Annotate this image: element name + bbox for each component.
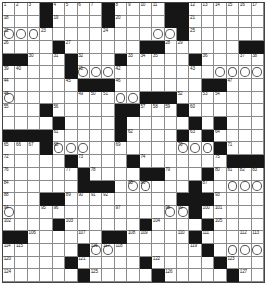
cell-r18c13[interactable]: 104: [152, 219, 164, 232]
cell-r18c1[interactable]: 102: [3, 219, 15, 232]
cell-r17c3[interactable]: [28, 206, 40, 219]
cell-r8c5[interactable]: [53, 92, 65, 105]
cell-r2c6[interactable]: [65, 16, 77, 29]
cell-r19c18[interactable]: [214, 231, 226, 244]
cell-r1c13[interactable]: 11: [152, 3, 164, 16]
cell-r9c16[interactable]: 60: [189, 104, 201, 117]
cell-r15c15[interactable]: [177, 181, 189, 194]
cell-r21c9[interactable]: [102, 257, 114, 270]
cell-r10c6[interactable]: [65, 117, 77, 130]
cell-r20c20[interactable]: [239, 244, 251, 257]
cell-r9c1[interactable]: 55: [3, 104, 15, 117]
cell-r22c17[interactable]: [202, 269, 214, 282]
cell-r1c5[interactable]: 4: [53, 3, 65, 16]
cell-r11c16[interactable]: 63: [189, 130, 201, 143]
cell-r6c5[interactable]: [53, 66, 65, 79]
cell-r1c21[interactable]: 17: [252, 3, 264, 16]
cell-r1c18[interactable]: 14: [214, 3, 226, 16]
cell-r20c18[interactable]: [214, 244, 226, 257]
cell-r22c8[interactable]: 125: [90, 269, 102, 282]
cell-r22c5[interactable]: [53, 269, 65, 282]
cell-r17c15[interactable]: 99: [177, 206, 189, 219]
cell-r8c2[interactable]: [15, 92, 27, 105]
cell-r20c21[interactable]: [252, 244, 264, 257]
cell-r1c6[interactable]: 5: [65, 3, 77, 16]
cell-r22c16[interactable]: [189, 269, 201, 282]
cell-r17c2[interactable]: [15, 206, 27, 219]
cell-r18c14[interactable]: [165, 219, 177, 232]
cell-r22c15[interactable]: [177, 269, 189, 282]
cell-r17c9[interactable]: [102, 206, 114, 219]
cell-r7c14[interactable]: [165, 79, 177, 92]
cell-r3c8[interactable]: [90, 28, 102, 41]
cell-r21c21[interactable]: [252, 257, 264, 270]
cell-r22c4[interactable]: [40, 269, 52, 282]
cell-r9c7[interactable]: [78, 104, 90, 117]
cell-r7c2[interactable]: [15, 79, 27, 92]
cell-r19c17[interactable]: 111: [202, 231, 214, 244]
cell-r16c18[interactable]: 93: [214, 193, 226, 206]
cell-r7c20[interactable]: [239, 79, 251, 92]
cell-r9c18[interactable]: [214, 104, 226, 117]
cell-r5c3[interactable]: 30: [28, 54, 40, 67]
cell-r8c18[interactable]: 54: [214, 92, 226, 105]
cell-r21c10[interactable]: [115, 257, 127, 270]
cell-r16c10[interactable]: [115, 193, 127, 206]
cell-r21c2[interactable]: [15, 257, 27, 270]
cell-r17c6[interactable]: [65, 206, 77, 219]
cell-r16c21[interactable]: [252, 193, 264, 206]
cell-r6c19[interactable]: [227, 66, 239, 79]
cell-r6c1[interactable]: 39: [3, 66, 15, 79]
cell-r18c4[interactable]: [40, 219, 52, 232]
cell-r13c10[interactable]: [115, 155, 127, 168]
cell-r10c4[interactable]: [40, 117, 52, 130]
cell-r20c16[interactable]: 119: [189, 244, 201, 257]
cell-r15c1[interactable]: 84: [3, 181, 15, 194]
cell-r9c21[interactable]: [252, 104, 264, 117]
cell-r14c21[interactable]: 83: [252, 168, 264, 181]
cell-r10c8[interactable]: [90, 117, 102, 130]
cell-r8c17[interactable]: 53: [202, 92, 214, 105]
cell-r4c1[interactable]: 26: [3, 41, 15, 54]
cell-r10c3[interactable]: [28, 117, 40, 130]
cell-r6c14[interactable]: [165, 66, 177, 79]
cell-r9c3[interactable]: [28, 104, 40, 117]
cell-r6c4[interactable]: [40, 66, 52, 79]
cell-r10c7[interactable]: [78, 117, 90, 130]
cell-r21c3[interactable]: [28, 257, 40, 270]
cell-r18c10[interactable]: [115, 219, 127, 232]
cell-r17c11[interactable]: [127, 206, 139, 219]
cell-r7c5[interactable]: [53, 79, 65, 92]
cell-r17c18[interactable]: 101: [214, 206, 226, 219]
cell-r13c16[interactable]: [189, 155, 201, 168]
cell-r11c18[interactable]: 64: [214, 130, 226, 143]
cell-r1c20[interactable]: 16: [239, 3, 251, 16]
cell-r2c13[interactable]: [152, 16, 164, 29]
cell-r8c6[interactable]: [65, 92, 77, 105]
cell-r16c14[interactable]: [165, 193, 177, 206]
cell-r4c9[interactable]: [102, 41, 114, 54]
cell-r1c11[interactable]: 9: [127, 3, 139, 16]
cell-r9c8[interactable]: [90, 104, 102, 117]
cell-r3c3[interactable]: [28, 28, 40, 41]
cell-r3c14[interactable]: [165, 28, 177, 41]
cell-r3c12[interactable]: [140, 28, 152, 41]
cell-r12c8[interactable]: [90, 142, 102, 155]
cell-r20c2[interactable]: 115: [15, 244, 27, 257]
cell-r19c20[interactable]: 112: [239, 231, 251, 244]
cell-r22c10[interactable]: [115, 269, 127, 282]
cell-r2c18[interactable]: [214, 16, 226, 29]
cell-r22c6[interactable]: [65, 269, 77, 282]
cell-r17c13[interactable]: [152, 206, 164, 219]
cell-r6c18[interactable]: [214, 66, 226, 79]
cell-r12c20[interactable]: [239, 142, 251, 155]
cell-r13c15[interactable]: [177, 155, 189, 168]
cell-r18c6[interactable]: 103: [65, 219, 77, 232]
cell-r4c6[interactable]: 27: [65, 41, 77, 54]
cell-r17c10[interactable]: 97: [115, 206, 127, 219]
cell-r22c1[interactable]: 124: [3, 269, 15, 282]
cell-r20c12[interactable]: [140, 244, 152, 257]
cell-r10c1[interactable]: [3, 117, 15, 130]
cell-r7c10[interactable]: 46: [115, 79, 127, 92]
cell-r4c11[interactable]: [127, 41, 139, 54]
cell-r10c17[interactable]: [202, 117, 214, 130]
cell-r14c1[interactable]: 76: [3, 168, 15, 181]
cell-r19c15[interactable]: 110: [177, 231, 189, 244]
cell-r7c4[interactable]: [40, 79, 52, 92]
cell-r6c3[interactable]: [28, 66, 40, 79]
cell-r9c5[interactable]: 56: [53, 104, 65, 117]
cell-r13c5[interactable]: [53, 155, 65, 168]
cell-r9c14[interactable]: 59: [165, 104, 177, 117]
cell-r13c13[interactable]: [152, 155, 164, 168]
cell-r4c4[interactable]: [40, 41, 52, 54]
cell-r13c8[interactable]: [90, 155, 102, 168]
cell-r13c7[interactable]: 73: [78, 155, 90, 168]
cell-r12c19[interactable]: 71: [227, 142, 239, 155]
cell-r21c14[interactable]: [165, 257, 177, 270]
cell-r20c6[interactable]: [65, 244, 77, 257]
cell-r9c2[interactable]: [15, 104, 27, 117]
cell-r14c5[interactable]: [53, 168, 65, 181]
cell-r5c18[interactable]: [214, 54, 226, 67]
cell-r22c14[interactable]: 126: [165, 269, 177, 282]
cell-r10c11[interactable]: [127, 117, 139, 130]
cell-r14c15[interactable]: [177, 168, 189, 181]
cell-r9c6[interactable]: [65, 104, 77, 117]
cell-r11c19[interactable]: [227, 130, 239, 143]
cell-r10c13[interactable]: [152, 117, 164, 130]
cell-r3c17[interactable]: [202, 28, 214, 41]
cell-r19c12[interactable]: 109: [140, 231, 152, 244]
cell-r5c8[interactable]: [90, 54, 102, 67]
cell-r11c13[interactable]: [152, 130, 164, 143]
cell-r3c5[interactable]: [53, 28, 65, 41]
cell-r11c5[interactable]: 61: [53, 130, 65, 143]
cell-r20c5[interactable]: [53, 244, 65, 257]
cell-r18c11[interactable]: [127, 219, 139, 232]
cell-r19c8[interactable]: [90, 231, 102, 244]
cell-r5c7[interactable]: 32: [78, 54, 90, 67]
cell-r14c4[interactable]: [40, 168, 52, 181]
cell-r16c6[interactable]: 89: [65, 193, 77, 206]
cell-r1c16[interactable]: 12: [189, 3, 201, 16]
cell-r15c19[interactable]: [227, 181, 239, 194]
cell-r18c16[interactable]: [189, 219, 201, 232]
cell-r12c15[interactable]: 70: [177, 142, 189, 155]
cell-r6c12[interactable]: [140, 66, 152, 79]
cell-r11c9[interactable]: [102, 130, 114, 143]
cell-r6c9[interactable]: [102, 66, 114, 79]
cell-r17c7[interactable]: [78, 206, 90, 219]
cell-r1c2[interactable]: 2: [15, 3, 27, 16]
cell-r12c21[interactable]: [252, 142, 264, 155]
cell-r8c10[interactable]: [115, 92, 127, 105]
cell-r13c17[interactable]: [202, 155, 214, 168]
cell-r20c10[interactable]: 118: [115, 244, 127, 257]
cell-r18c8[interactable]: [90, 219, 102, 232]
cell-r10c20[interactable]: [239, 117, 251, 130]
cell-r21c15[interactable]: [177, 257, 189, 270]
cell-r20c19[interactable]: [227, 244, 239, 257]
cell-r6c2[interactable]: 40: [15, 66, 27, 79]
cell-r3c11[interactable]: [127, 28, 139, 41]
cell-r9c20[interactable]: [239, 104, 251, 117]
cell-r16c2[interactable]: [15, 193, 27, 206]
cell-r8c20[interactable]: [239, 92, 251, 105]
cell-r1c3[interactable]: 3: [28, 3, 40, 16]
cell-r3c13[interactable]: [152, 28, 164, 41]
cell-r4c2[interactable]: [15, 41, 27, 54]
cell-r12c3[interactable]: 67: [28, 142, 40, 155]
cell-r20c1[interactable]: 114: [3, 244, 15, 257]
cell-r7c15[interactable]: [177, 79, 189, 92]
cell-r21c8[interactable]: [90, 257, 102, 270]
cell-r21c17[interactable]: [202, 257, 214, 270]
cell-r4c14[interactable]: 28: [165, 41, 177, 54]
cell-r9c17[interactable]: [202, 104, 214, 117]
cell-r14c20[interactable]: 82: [239, 168, 251, 181]
cell-r1c17[interactable]: 13: [202, 3, 214, 16]
cell-r21c13[interactable]: 122: [152, 257, 164, 270]
cell-r14c8[interactable]: 78: [90, 168, 102, 181]
cell-r13c3[interactable]: [28, 155, 40, 168]
cell-r14c6[interactable]: 77: [65, 168, 77, 181]
cell-r4c16[interactable]: [189, 41, 201, 54]
cell-r7c12[interactable]: [140, 79, 152, 92]
cell-r15c4[interactable]: [40, 181, 52, 194]
cell-r20c11[interactable]: [127, 244, 139, 257]
cell-r9c19[interactable]: [227, 104, 239, 117]
cell-r11c11[interactable]: 62: [127, 130, 139, 143]
cell-r7c21[interactable]: [252, 79, 264, 92]
cell-r12c5[interactable]: 68: [53, 142, 65, 155]
cell-r10c9[interactable]: [102, 117, 114, 130]
cell-r2c21[interactable]: [252, 16, 264, 29]
cell-r8c19[interactable]: [227, 92, 239, 105]
cell-r15c10[interactable]: [115, 181, 127, 194]
cell-r12c2[interactable]: 66: [15, 142, 27, 155]
cell-r8c1[interactable]: 48: [3, 92, 15, 105]
cell-r14c14[interactable]: 79: [165, 168, 177, 181]
cell-r19c6[interactable]: [65, 231, 77, 244]
cell-r15c21[interactable]: [252, 181, 264, 194]
cell-r12c12[interactable]: [140, 142, 152, 155]
cell-r4c19[interactable]: [227, 41, 239, 54]
cell-r7c6[interactable]: 45: [65, 79, 77, 92]
cell-r16c19[interactable]: [227, 193, 239, 206]
cell-r4c10[interactable]: [115, 41, 127, 54]
cell-r13c12[interactable]: 74: [140, 155, 152, 168]
cell-r4c15[interactable]: 29: [177, 41, 189, 54]
cell-r18c2[interactable]: [15, 219, 27, 232]
cell-r6c13[interactable]: [152, 66, 164, 79]
cell-r19c4[interactable]: [40, 231, 52, 244]
cell-r7c19[interactable]: 47: [227, 79, 239, 92]
cell-r10c2[interactable]: [15, 117, 27, 130]
cell-r22c3[interactable]: [28, 269, 40, 282]
cell-r2c1[interactable]: 18: [3, 16, 15, 29]
cell-r7c11[interactable]: [127, 79, 139, 92]
cell-r18c18[interactable]: 105: [214, 219, 226, 232]
cell-r16c11[interactable]: [127, 193, 139, 206]
cell-r14c2[interactable]: [15, 168, 27, 181]
cell-r15c14[interactable]: [165, 181, 177, 194]
cell-r10c19[interactable]: [227, 117, 239, 130]
cell-r21c16[interactable]: [189, 257, 201, 270]
cell-r18c20[interactable]: [239, 219, 251, 232]
cell-r8c4[interactable]: [40, 92, 52, 105]
cell-r5c13[interactable]: 35: [152, 54, 164, 67]
cell-r15c18[interactable]: [214, 181, 226, 194]
cell-r21c4[interactable]: [40, 257, 52, 270]
cell-r3c2[interactable]: [15, 28, 27, 41]
cell-r18c21[interactable]: [252, 219, 264, 232]
cell-r2c8[interactable]: [90, 16, 102, 29]
cell-r6c20[interactable]: [239, 66, 251, 79]
cell-r20c14[interactable]: [165, 244, 177, 257]
cell-r15c2[interactable]: [15, 181, 27, 194]
cell-r6c17[interactable]: [202, 66, 214, 79]
cell-r22c18[interactable]: [214, 269, 226, 282]
cell-r18c15[interactable]: [177, 219, 189, 232]
cell-r20c8[interactable]: 116: [90, 244, 102, 257]
cell-r1c19[interactable]: 15: [227, 3, 239, 16]
cell-r2c12[interactable]: [140, 16, 152, 29]
cell-r18c9[interactable]: [102, 219, 114, 232]
cell-r17c5[interactable]: 96: [53, 206, 65, 219]
cell-r22c9[interactable]: [102, 269, 114, 282]
cell-r16c1[interactable]: 88: [3, 193, 15, 206]
cell-r3c1[interactable]: 22: [3, 28, 15, 41]
cell-r15c11[interactable]: 85: [127, 181, 139, 194]
cell-r3c21[interactable]: [252, 28, 264, 41]
cell-r7c1[interactable]: 44: [3, 79, 15, 92]
cell-r5c21[interactable]: 38: [252, 54, 264, 67]
cell-r20c13[interactable]: [152, 244, 164, 257]
cell-r19c5[interactable]: [53, 231, 65, 244]
cell-r3c6[interactable]: [65, 28, 77, 41]
cell-r12c7[interactable]: [78, 142, 90, 155]
cell-r19c11[interactable]: 108: [127, 231, 139, 244]
cell-r19c7[interactable]: 107: [78, 231, 90, 244]
cell-r6c16[interactable]: 43: [189, 66, 201, 79]
cell-r17c1[interactable]: 94: [3, 206, 15, 219]
cell-r12c11[interactable]: [127, 142, 139, 155]
cell-r12c6[interactable]: [65, 142, 77, 155]
cell-r17c14[interactable]: 98: [165, 206, 177, 219]
cell-r11c8[interactable]: [90, 130, 102, 143]
cell-r3c4[interactable]: 23: [40, 28, 52, 41]
cell-r5c20[interactable]: 37: [239, 54, 251, 67]
cell-r20c9[interactable]: 117: [102, 244, 114, 257]
cell-r8c3[interactable]: [28, 92, 40, 105]
cell-r10c21[interactable]: [252, 117, 264, 130]
cell-r16c7[interactable]: 90: [78, 193, 90, 206]
cell-r20c15[interactable]: [177, 244, 189, 257]
cell-r10c15[interactable]: [177, 117, 189, 130]
cell-r2c17[interactable]: [202, 16, 214, 29]
cell-r14c18[interactable]: 80: [214, 168, 226, 181]
cell-r5c11[interactable]: 33: [127, 54, 139, 67]
cell-r1c7[interactable]: 6: [78, 3, 90, 16]
cell-r3c16[interactable]: 25: [189, 28, 201, 41]
cell-r2c5[interactable]: 19: [53, 16, 65, 29]
cell-r16c8[interactable]: 91: [90, 193, 102, 206]
cell-r17c19[interactable]: [227, 206, 239, 219]
cell-r5c5[interactable]: 31: [53, 54, 65, 67]
cell-r1c10[interactable]: 8: [115, 3, 127, 16]
cell-r16c13[interactable]: [152, 193, 164, 206]
cell-r10c14[interactable]: [165, 117, 177, 130]
cell-r4c3[interactable]: [28, 41, 40, 54]
cell-r7c16[interactable]: [189, 79, 201, 92]
cell-r9c12[interactable]: 57: [140, 104, 152, 117]
cell-r19c14[interactable]: [165, 231, 177, 244]
cell-r2c7[interactable]: [78, 16, 90, 29]
cell-r1c1[interactable]: 1: [3, 3, 15, 16]
cell-r18c19[interactable]: [227, 219, 239, 232]
cell-r19c19[interactable]: [227, 231, 239, 244]
cell-r14c9[interactable]: [102, 168, 114, 181]
cell-r18c7[interactable]: [78, 219, 90, 232]
cell-r16c3[interactable]: [28, 193, 40, 206]
cell-r21c1[interactable]: 120: [3, 257, 15, 270]
cell-r8c8[interactable]: 50: [90, 92, 102, 105]
cell-r13c9[interactable]: [102, 155, 114, 168]
cell-r2c16[interactable]: 21: [189, 16, 201, 29]
cell-r4c18[interactable]: [214, 41, 226, 54]
cell-r17c4[interactable]: 95: [40, 206, 52, 219]
cell-r15c20[interactable]: [239, 181, 251, 194]
cell-r8c15[interactable]: 52: [177, 92, 189, 105]
cell-r6c11[interactable]: [127, 66, 139, 79]
cell-r17c17[interactable]: 100: [202, 206, 214, 219]
cell-r8c9[interactable]: 51: [102, 92, 114, 105]
cell-r13c2[interactable]: [15, 155, 27, 168]
cell-r3c10[interactable]: [115, 28, 127, 41]
cell-r15c12[interactable]: 86: [140, 181, 152, 194]
cell-r5c15[interactable]: [177, 54, 189, 67]
cell-r1c12[interactable]: 10: [140, 3, 152, 16]
cell-r13c4[interactable]: [40, 155, 52, 168]
cell-r3c18[interactable]: [214, 28, 226, 41]
cell-r4c17[interactable]: [202, 41, 214, 54]
